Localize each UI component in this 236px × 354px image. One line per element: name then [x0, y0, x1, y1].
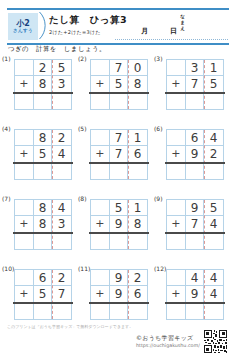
- plus-sign: +: [91, 76, 110, 92]
- addition-grid: 25+83: [14, 59, 72, 110]
- answer-cell[interactable]: [52, 303, 71, 319]
- answer-cell[interactable]: [167, 93, 186, 109]
- month-label: 月: [141, 26, 148, 36]
- problem-label: (4): [2, 125, 11, 132]
- digit-cell: 3: [52, 76, 71, 92]
- answer-cell[interactable]: [128, 303, 147, 319]
- answer-cell[interactable]: [52, 163, 71, 179]
- answer-cell[interactable]: [15, 93, 34, 109]
- empty-cell: [15, 60, 34, 76]
- answer-cell[interactable]: [167, 163, 186, 179]
- footer-copyright: ©おうち学習キッズ: [136, 334, 194, 343]
- problem-4: (4)82+54: [2, 125, 78, 195]
- answer-cell[interactable]: [110, 93, 129, 109]
- digit-cell: 5: [34, 286, 53, 302]
- digit-cell: 0: [128, 60, 147, 76]
- digit-cell: 9: [186, 200, 205, 216]
- digit-cell: 7: [186, 76, 205, 92]
- answer-cell[interactable]: [110, 233, 129, 249]
- plus-sign: +: [15, 146, 34, 162]
- problem-8: (8)51+98: [78, 195, 154, 265]
- digit-cell: 3: [186, 60, 205, 76]
- problem-3: (3)31+75: [154, 55, 230, 125]
- digit-cell: 2: [52, 130, 71, 146]
- answer-cell[interactable]: [15, 163, 34, 179]
- empty-cell: [91, 60, 110, 76]
- worksheet-page: 小2 さんすう たし算 ひっ算3 2けた+2けた=3けた 月 日 なまえ つぎの…: [0, 0, 236, 354]
- answer-cell[interactable]: [128, 233, 147, 249]
- digit-cell: 2: [52, 270, 71, 286]
- plus-sign: +: [15, 286, 34, 302]
- plus-sign: +: [15, 216, 34, 232]
- empty-cell: [91, 200, 110, 216]
- plus-sign: +: [91, 216, 110, 232]
- digit-cell: 6: [128, 286, 147, 302]
- addition-grid: 71+76: [90, 129, 148, 180]
- empty-cell: [15, 130, 34, 146]
- empty-cell: [167, 270, 186, 286]
- instruction-text: つぎの 計算を しましょう。: [8, 45, 106, 54]
- problem-label: (12): [154, 265, 166, 272]
- digit-cell: 5: [204, 76, 223, 92]
- answer-cell[interactable]: [204, 93, 223, 109]
- answer-cell[interactable]: [15, 233, 34, 249]
- digit-cell: 7: [52, 286, 71, 302]
- problem-label: (3): [154, 55, 163, 62]
- digit-cell: 7: [110, 130, 129, 146]
- empty-cell: [91, 270, 110, 286]
- problem-label: (8): [78, 195, 87, 202]
- problem-label: (6): [154, 125, 163, 132]
- answer-cell[interactable]: [186, 163, 205, 179]
- digit-cell: 8: [34, 216, 53, 232]
- answer-cell[interactable]: [110, 163, 129, 179]
- worksheet-header: 小2 さんすう たし算 ひっ算3 2けた+2けた=3けた 月 日 なまえ: [7, 8, 229, 45]
- answer-cell[interactable]: [15, 303, 34, 319]
- name-label: なまえ: [180, 11, 185, 28]
- answer-cell[interactable]: [167, 233, 186, 249]
- title-block: たし算 ひっ算3 2けた+2けた=3けた: [49, 14, 127, 35]
- answer-cell[interactable]: [204, 303, 223, 319]
- digit-cell: 4: [204, 130, 223, 146]
- empty-cell: [91, 130, 110, 146]
- digit-cell: 7: [110, 60, 129, 76]
- problem-1: (1)25+83: [2, 55, 78, 125]
- digit-cell: 6: [186, 130, 205, 146]
- problem-5: (5)71+76: [78, 125, 154, 195]
- grade-label: 小2: [16, 20, 30, 29]
- digit-cell: 8: [34, 200, 53, 216]
- digit-cell: 4: [204, 216, 223, 232]
- problems-grid: (1)25+83(2)70+58(3)31+75(4)82+54(5)71+76…: [2, 55, 234, 335]
- answer-cell[interactable]: [34, 303, 53, 319]
- plus-sign: +: [167, 76, 186, 92]
- digit-cell: 4: [204, 286, 223, 302]
- empty-cell: [167, 130, 186, 146]
- badge-arc-decoration: [39, 12, 47, 40]
- addition-grid: 92+96: [90, 269, 148, 320]
- answer-cell[interactable]: [91, 233, 110, 249]
- digit-cell: 8: [128, 76, 147, 92]
- addition-grid: 64+92: [166, 129, 224, 180]
- problem-7: (7)84+83: [2, 195, 78, 265]
- addition-grid: 84+83: [14, 199, 72, 250]
- digit-cell: 2: [204, 146, 223, 162]
- problem-label: (1): [2, 55, 11, 62]
- digit-cell: 5: [204, 200, 223, 216]
- plus-sign: +: [91, 286, 110, 302]
- digit-cell: 8: [34, 76, 53, 92]
- digit-cell: 1: [204, 60, 223, 76]
- digit-cell: 6: [128, 146, 147, 162]
- plus-sign: +: [167, 146, 186, 162]
- problem-9: (9)95+74: [154, 195, 230, 265]
- digit-cell: 1: [128, 200, 147, 216]
- empty-cell: [167, 60, 186, 76]
- day-label: 日: [170, 26, 177, 36]
- problem-label: (7): [2, 195, 11, 202]
- empty-cell: [15, 270, 34, 286]
- qr-code: [204, 330, 227, 353]
- digit-cell: 3: [52, 216, 71, 232]
- digit-cell: 4: [52, 200, 71, 216]
- answer-cell[interactable]: [186, 233, 205, 249]
- answer-cell[interactable]: [34, 93, 53, 109]
- problem-12: (12)44+94: [154, 265, 230, 335]
- answer-cell[interactable]: [91, 93, 110, 109]
- digit-cell: 5: [52, 60, 71, 76]
- answer-cell[interactable]: [34, 233, 53, 249]
- answer-cell[interactable]: [91, 303, 110, 319]
- digit-cell: 8: [128, 216, 147, 232]
- digit-cell: 2: [128, 270, 147, 286]
- problem-label: (9): [154, 195, 163, 202]
- worksheet-subtitle: 2けた+2けた=3けた: [49, 29, 127, 35]
- worksheet-title: たし算 ひっ算3: [49, 14, 127, 27]
- answer-cell[interactable]: [52, 233, 71, 249]
- answer-cell[interactable]: [186, 93, 205, 109]
- digit-cell: 1: [128, 130, 147, 146]
- plus-sign: +: [91, 146, 110, 162]
- name-write-line[interactable]: [115, 39, 228, 40]
- digit-cell: 4: [186, 270, 205, 286]
- subject-label: さんすう: [13, 28, 33, 33]
- plus-sign: +: [15, 76, 34, 92]
- footer-url: https://ouchigakushu.com/: [136, 343, 200, 348]
- addition-grid: 44+94: [166, 269, 224, 320]
- problem-6: (6)64+92: [154, 125, 230, 195]
- plus-sign: +: [167, 286, 186, 302]
- digit-cell: 7: [186, 216, 205, 232]
- answer-cell[interactable]: [128, 93, 147, 109]
- digit-cell: 6: [34, 270, 53, 286]
- addition-grid: 70+58: [90, 59, 148, 110]
- addition-grid: 62+57: [14, 269, 72, 320]
- answer-cell[interactable]: [204, 233, 223, 249]
- answer-cell[interactable]: [110, 303, 129, 319]
- digit-cell: 8: [34, 130, 53, 146]
- digit-cell: 9: [110, 270, 129, 286]
- answer-cell[interactable]: [204, 163, 223, 179]
- digit-cell: 9: [110, 216, 129, 232]
- digit-cell: 5: [34, 146, 53, 162]
- problem-label: (2): [78, 55, 87, 62]
- problem-2: (2)70+58: [78, 55, 154, 125]
- empty-cell: [167, 200, 186, 216]
- grade-subject-badge: 小2 さんすう: [8, 13, 38, 40]
- answer-cell[interactable]: [128, 163, 147, 179]
- digit-cell: 4: [52, 146, 71, 162]
- problem-label: (5): [78, 125, 87, 132]
- digit-cell: 9: [186, 286, 205, 302]
- digit-cell: 7: [110, 146, 129, 162]
- digit-cell: 5: [110, 76, 129, 92]
- addition-grid: 82+54: [14, 129, 72, 180]
- addition-grid: 31+75: [166, 59, 224, 110]
- answer-cell[interactable]: [186, 303, 205, 319]
- problem-label: (10): [2, 265, 14, 272]
- answer-cell[interactable]: [34, 163, 53, 179]
- answer-cell[interactable]: [52, 93, 71, 109]
- answer-cell[interactable]: [91, 163, 110, 179]
- digit-cell: 2: [34, 60, 53, 76]
- digit-cell: 4: [204, 270, 223, 286]
- digit-cell: 9: [186, 146, 205, 162]
- footer-note: このプリントは「おうち学習キッズ」で無料ダウンロードできます。: [7, 324, 133, 329]
- addition-grid: 95+74: [166, 199, 224, 250]
- addition-grid: 51+98: [90, 199, 148, 250]
- problem-label: (11): [78, 265, 90, 272]
- answer-cell[interactable]: [167, 303, 186, 319]
- plus-sign: +: [167, 216, 186, 232]
- digit-cell: 5: [110, 200, 129, 216]
- digit-cell: 9: [110, 286, 129, 302]
- empty-cell: [15, 200, 34, 216]
